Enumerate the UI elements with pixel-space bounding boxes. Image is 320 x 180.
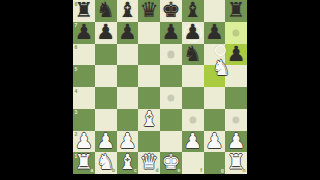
- square-d6[interactable]: [138, 44, 160, 66]
- move-hint-dot-h3[interactable]: [233, 116, 240, 123]
- square-h7[interactable]: [225, 22, 247, 44]
- move-hint-dot-h7[interactable]: [233, 29, 240, 36]
- square-f6[interactable]: ♞: [182, 44, 204, 66]
- black-king-e8[interactable]: ♚: [161, 0, 180, 22]
- square-c2[interactable]: ♟: [117, 131, 139, 153]
- square-d3[interactable]: ♝: [138, 109, 160, 131]
- square-e6[interactable]: [160, 44, 182, 66]
- square-e2[interactable]: [160, 131, 182, 153]
- square-a3[interactable]: 3: [73, 109, 95, 131]
- white-knight-g5[interactable]: ♞: [212, 58, 231, 80]
- square-f5[interactable]: [182, 65, 204, 87]
- square-g2[interactable]: ♟: [204, 131, 226, 153]
- file-label-a: a: [90, 168, 93, 173]
- file-label-e: e: [177, 168, 180, 173]
- file-label-f: f: [200, 168, 202, 173]
- square-g5[interactable]: ♞: [204, 65, 226, 87]
- square-a7[interactable]: 7♟: [73, 22, 95, 44]
- square-f1[interactable]: f: [182, 152, 204, 174]
- black-bishop-f8[interactable]: ♝: [183, 0, 202, 22]
- rank-label-7: 7: [75, 23, 78, 28]
- square-f4[interactable]: [182, 87, 204, 109]
- letterbox-left: [0, 0, 73, 180]
- black-pawn-b7[interactable]: ♟: [96, 22, 115, 44]
- chess-board: 8♜♞♝♛♚♝♜7♟♟♟♟♟♟6♞♟5♞43♝2♟♟♟♟♟♟1a♜b♞c♝d♛e…: [73, 0, 247, 174]
- square-e3[interactable]: [160, 109, 182, 131]
- square-e5[interactable]: [160, 65, 182, 87]
- black-pawn-c7[interactable]: ♟: [118, 22, 137, 44]
- white-bishop-d3[interactable]: ♝: [140, 109, 159, 131]
- rank-label-5: 5: [75, 67, 78, 72]
- square-b1[interactable]: b♞: [95, 152, 117, 174]
- move-hint-dot-e4[interactable]: [167, 94, 174, 101]
- square-d4[interactable]: [138, 87, 160, 109]
- rank-label-8: 8: [75, 2, 78, 7]
- white-pawn-f2[interactable]: ♟: [183, 131, 202, 153]
- white-pawn-c2[interactable]: ♟: [118, 131, 137, 153]
- square-b4[interactable]: [95, 87, 117, 109]
- square-g3[interactable]: [204, 109, 226, 131]
- file-label-b: b: [112, 168, 115, 173]
- square-b3[interactable]: [95, 109, 117, 131]
- file-label-c: c: [134, 168, 137, 173]
- square-b6[interactable]: [95, 44, 117, 66]
- square-b5[interactable]: [95, 65, 117, 87]
- rank-label-3: 3: [75, 110, 78, 115]
- square-a8[interactable]: 8♜: [73, 0, 95, 22]
- black-knight-f6[interactable]: ♞: [183, 44, 202, 66]
- rank-label-6: 6: [75, 45, 78, 50]
- black-pawn-e7[interactable]: ♟: [161, 22, 180, 44]
- square-c5[interactable]: [117, 65, 139, 87]
- video-frame: 8♜♞♝♛♚♝♜7♟♟♟♟♟♟6♞♟5♞43♝2♟♟♟♟♟♟1a♜b♞c♝d♛e…: [0, 0, 320, 180]
- rank-label-4: 4: [75, 89, 78, 94]
- square-e7[interactable]: ♟: [160, 22, 182, 44]
- square-c4[interactable]: [117, 87, 139, 109]
- black-pawn-g7[interactable]: ♟: [205, 22, 224, 44]
- square-h4[interactable]: [225, 87, 247, 109]
- white-pawn-g2[interactable]: ♟: [205, 131, 224, 153]
- square-c1[interactable]: c♝: [117, 152, 139, 174]
- square-f2[interactable]: ♟: [182, 131, 204, 153]
- square-d7[interactable]: [138, 22, 160, 44]
- file-label-h: h: [242, 168, 245, 173]
- square-g8[interactable]: [204, 0, 226, 22]
- square-b7[interactable]: ♟: [95, 22, 117, 44]
- square-f3[interactable]: [182, 109, 204, 131]
- square-a2[interactable]: 2♟: [73, 131, 95, 153]
- square-c3[interactable]: [117, 109, 139, 131]
- black-bishop-c8[interactable]: ♝: [118, 0, 137, 22]
- square-e8[interactable]: ♚: [160, 0, 182, 22]
- square-d1[interactable]: d♛: [138, 152, 160, 174]
- white-pawn-h2[interactable]: ♟: [227, 131, 246, 153]
- square-h1[interactable]: h♜: [225, 152, 247, 174]
- square-e1[interactable]: e♚: [160, 152, 182, 174]
- square-f7[interactable]: ♟: [182, 22, 204, 44]
- square-f8[interactable]: ♝: [182, 0, 204, 22]
- square-a5[interactable]: 5: [73, 65, 95, 87]
- square-d5[interactable]: [138, 65, 160, 87]
- square-h2[interactable]: ♟: [225, 131, 247, 153]
- rank-label-1: 1: [75, 154, 78, 159]
- black-pawn-f7[interactable]: ♟: [183, 22, 202, 44]
- square-g1[interactable]: g: [204, 152, 226, 174]
- square-d2[interactable]: [138, 131, 160, 153]
- square-b8[interactable]: ♞: [95, 0, 117, 22]
- square-g4[interactable]: [204, 87, 226, 109]
- black-knight-b8[interactable]: ♞: [96, 0, 115, 22]
- square-g7[interactable]: ♟: [204, 22, 226, 44]
- move-hint-dot-f3[interactable]: [189, 116, 196, 123]
- square-a6[interactable]: 6: [73, 44, 95, 66]
- click-indicator-ring: [215, 45, 226, 56]
- move-hint-dot-e6[interactable]: [167, 51, 174, 58]
- file-label-d: d: [155, 168, 158, 173]
- square-a4[interactable]: 4: [73, 87, 95, 109]
- letterbox-right: [247, 0, 320, 180]
- square-c8[interactable]: ♝: [117, 0, 139, 22]
- black-queen-d8[interactable]: ♛: [140, 0, 159, 22]
- square-b2[interactable]: ♟: [95, 131, 117, 153]
- square-h3[interactable]: [225, 109, 247, 131]
- square-e4[interactable]: [160, 87, 182, 109]
- square-c6[interactable]: [117, 44, 139, 66]
- black-rook-h8[interactable]: ♜: [227, 0, 246, 22]
- white-pawn-b2[interactable]: ♟: [96, 131, 115, 153]
- file-label-g: g: [221, 168, 224, 173]
- square-d8[interactable]: ♛: [138, 0, 160, 22]
- rank-label-2: 2: [75, 132, 78, 137]
- square-c7[interactable]: ♟: [117, 22, 139, 44]
- square-a1[interactable]: 1a♜: [73, 152, 95, 174]
- square-h8[interactable]: ♜: [225, 0, 247, 22]
